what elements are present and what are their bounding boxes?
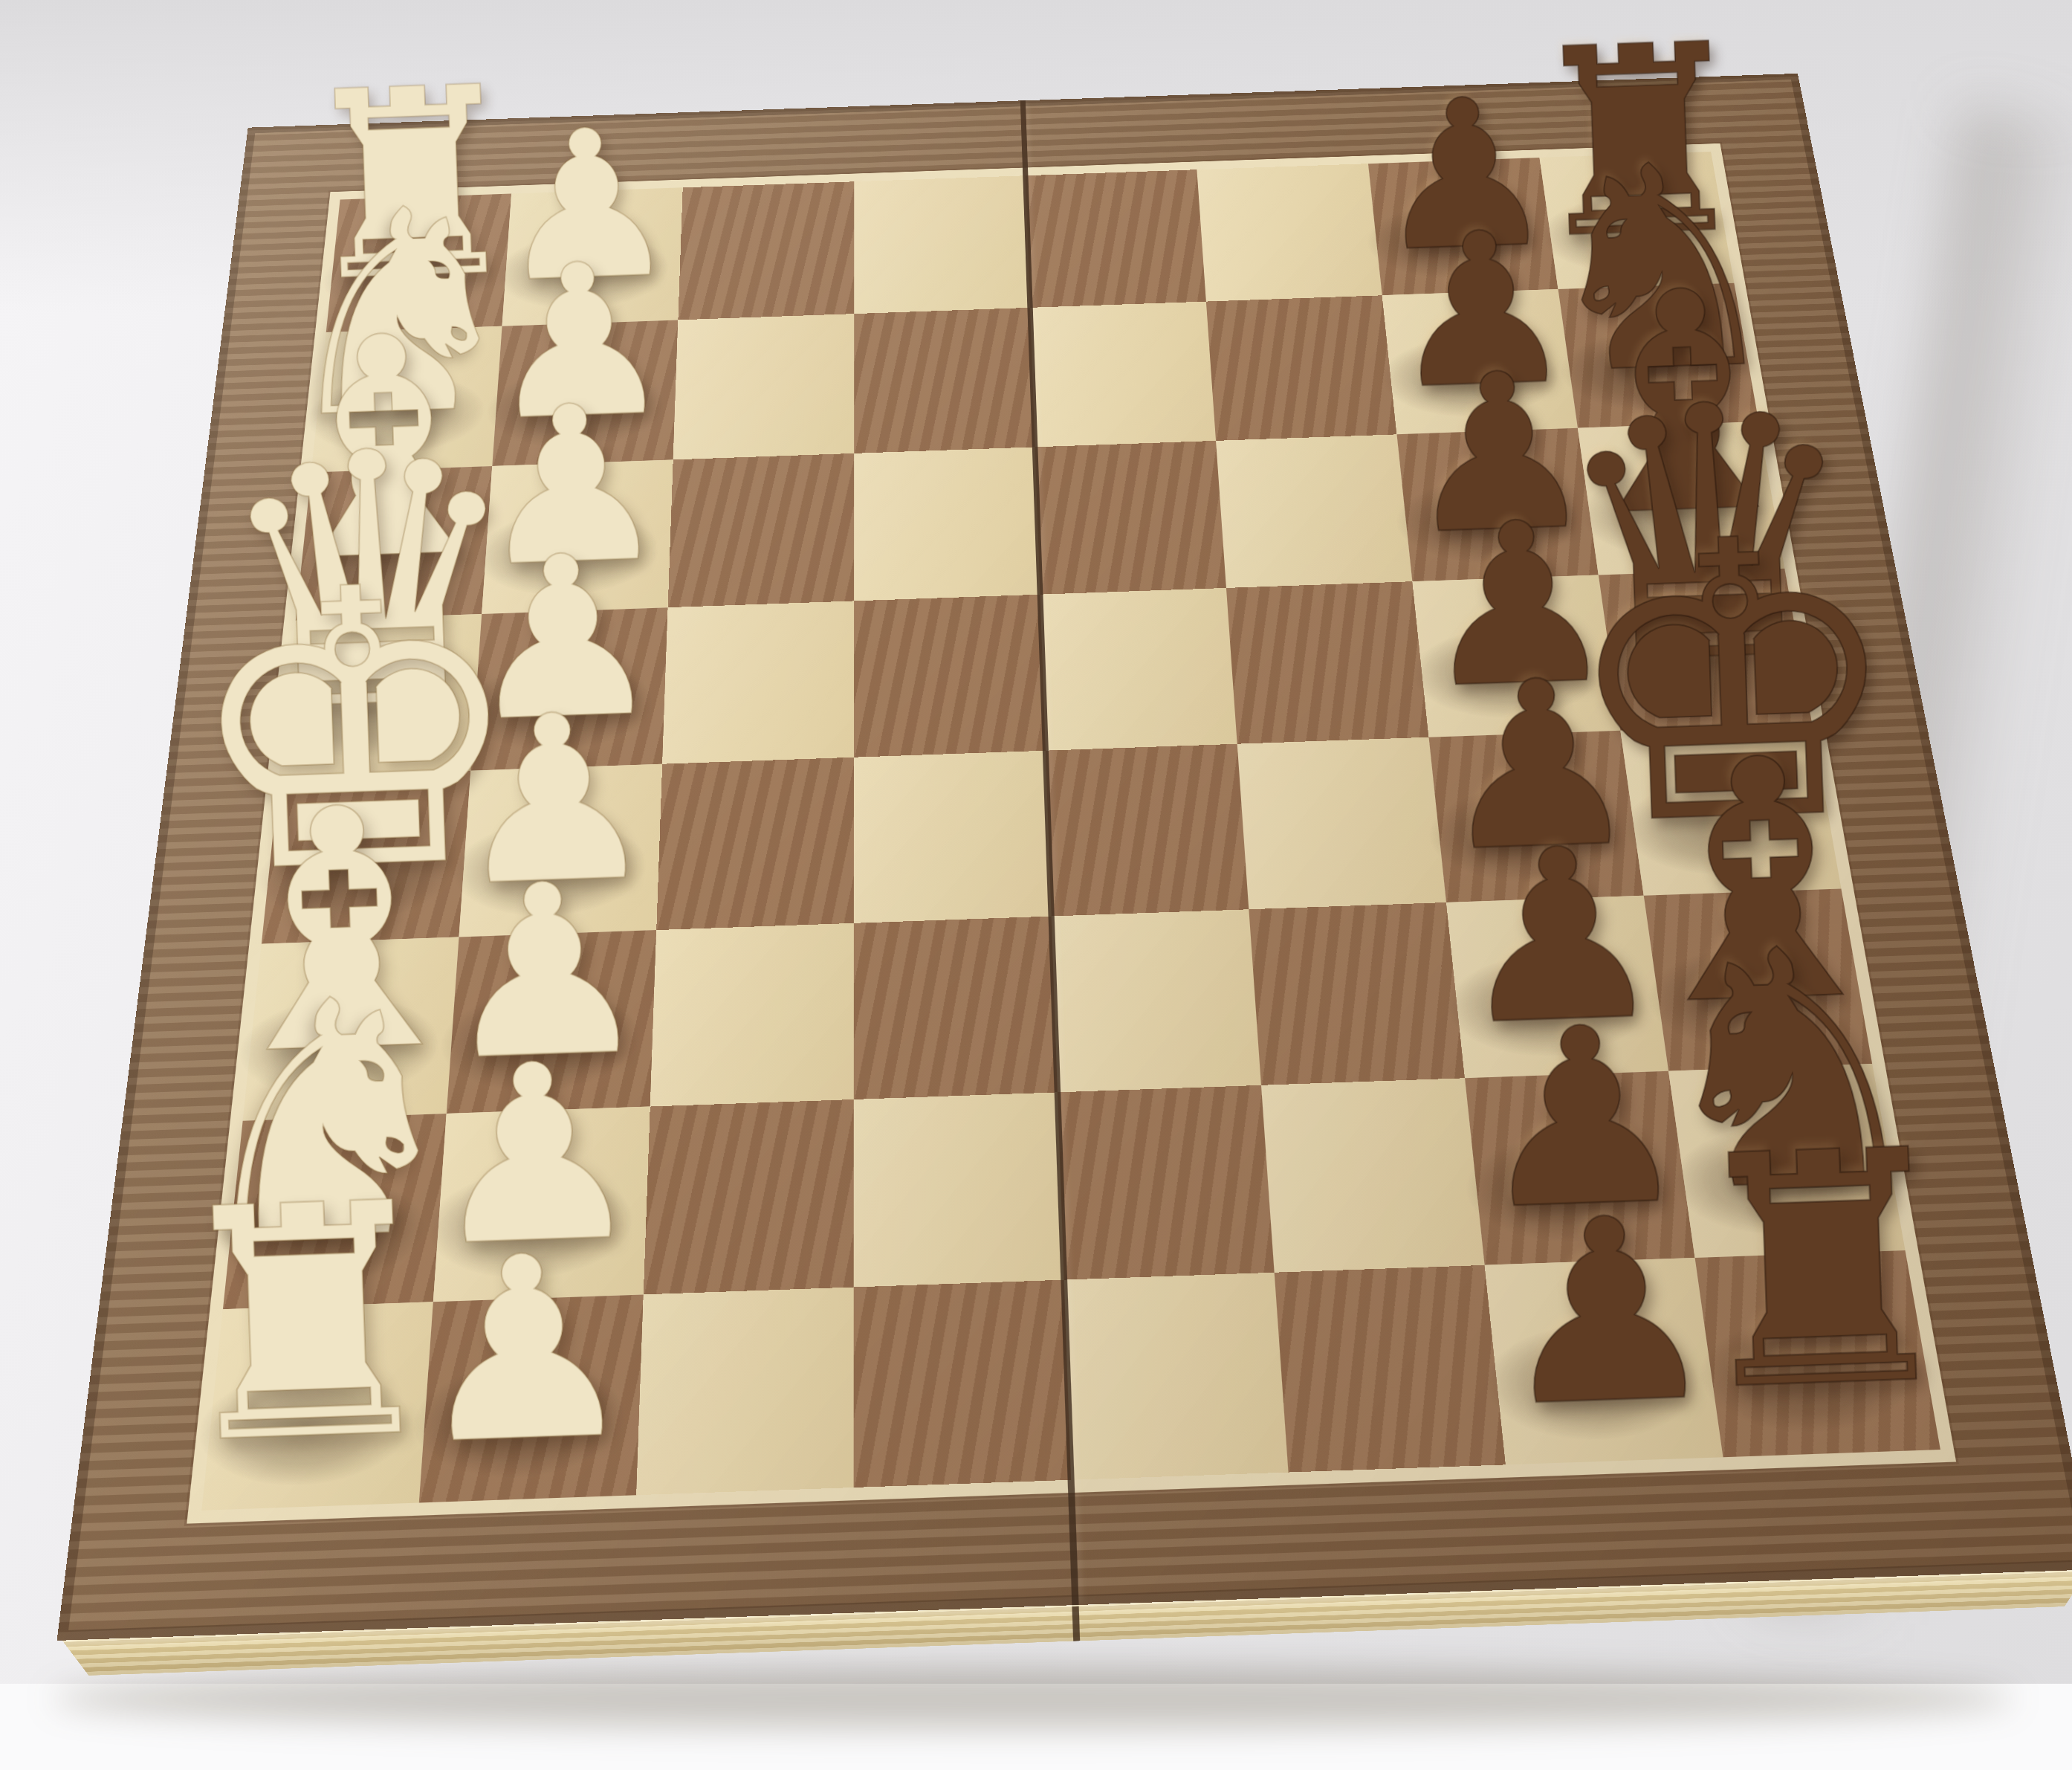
square-g6[interactable]	[1261, 1078, 1485, 1272]
square-b5[interactable]	[1030, 302, 1216, 448]
square-f3[interactable]	[650, 923, 854, 1107]
square-h2[interactable]: ♟	[419, 1294, 644, 1502]
perspective-camera: ♜♟♟♜♞♟♟♞♝♟♟♝♛♟♟♛♚♟♟♚♝♟♟♝♞♟♟♞♜♟♟♜	[0, 0, 2072, 1770]
square-a4[interactable]	[854, 175, 1030, 314]
square-h1[interactable]: ♜	[201, 1302, 433, 1510]
white-pawn-glyph: ♟	[407, 1221, 642, 1480]
piece-black-rook-h8[interactable]: ♜	[1674, 1107, 1972, 1436]
square-a5[interactable]	[1026, 169, 1206, 308]
board-grid: ♜♟♟♜♞♟♟♞♝♟♟♝♛♟♟♛♚♟♟♚♝♟♟♝♞♟♟♞♜♟♟♜	[201, 152, 1940, 1511]
square-b6[interactable]	[1206, 295, 1397, 441]
piece-white-pawn-h2[interactable]: ♟	[407, 1221, 642, 1480]
square-e3[interactable]	[656, 758, 854, 930]
square-d3[interactable]	[662, 601, 854, 763]
square-f5[interactable]	[1052, 909, 1261, 1092]
chessboard: ♜♟♟♜♞♟♟♞♝♟♟♝♛♟♟♛♚♟♟♚♝♟♟♝♞♟♟♞♜♟♟♜	[56, 74, 2072, 1641]
board-scene: ♜♟♟♜♞♟♟♞♝♟♟♝♛♟♟♛♚♟♟♚♝♟♟♝♞♟♟♞♜♟♟♜	[0, 0, 2072, 1770]
square-a6[interactable]	[1197, 164, 1382, 301]
square-h8[interactable]: ♜	[1695, 1250, 1940, 1457]
square-b4[interactable]	[854, 308, 1035, 453]
square-e4[interactable]	[854, 751, 1052, 923]
square-h5[interactable]	[1064, 1273, 1289, 1480]
square-c6[interactable]	[1216, 434, 1412, 588]
front-edge-seam	[1072, 1606, 1080, 1641]
square-h6[interactable]	[1275, 1265, 1506, 1473]
square-f4[interactable]	[854, 917, 1058, 1099]
square-f6[interactable]	[1249, 902, 1465, 1085]
square-d5[interactable]	[1040, 588, 1237, 751]
square-g3[interactable]	[644, 1099, 854, 1294]
square-g4[interactable]	[854, 1092, 1064, 1287]
square-g5[interactable]	[1058, 1085, 1275, 1280]
square-a3[interactable]	[678, 181, 854, 320]
square-b3[interactable]	[673, 314, 855, 459]
square-e6[interactable]	[1237, 737, 1446, 910]
square-c5[interactable]	[1035, 441, 1226, 595]
square-c4[interactable]	[854, 447, 1040, 601]
black-rook-glyph: ♜	[1674, 1107, 1972, 1436]
square-d6[interactable]	[1226, 581, 1429, 744]
square-c3[interactable]	[668, 453, 855, 607]
board-front-edge	[62, 1569, 2072, 1676]
square-h3[interactable]	[636, 1288, 854, 1496]
square-d4[interactable]	[854, 595, 1046, 758]
square-e5[interactable]	[1046, 744, 1249, 917]
